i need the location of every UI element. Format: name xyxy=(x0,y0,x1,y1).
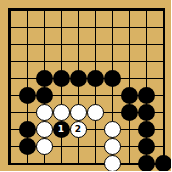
stone-white[interactable] xyxy=(104,155,121,172)
stone-white[interactable] xyxy=(36,138,53,155)
stone-black[interactable] xyxy=(138,138,155,155)
stone-black[interactable] xyxy=(19,121,36,138)
stone-white-move-2[interactable]: 2 xyxy=(70,121,87,138)
stone-black[interactable] xyxy=(53,70,70,87)
stone-black[interactable] xyxy=(87,70,104,87)
stone-black[interactable] xyxy=(36,87,53,104)
stone-white[interactable] xyxy=(36,104,53,121)
go-board-diagram: 12 xyxy=(0,0,171,171)
stone-black[interactable] xyxy=(121,104,138,121)
stone-black[interactable] xyxy=(104,70,121,87)
stone-white[interactable] xyxy=(70,104,87,121)
stone-white[interactable] xyxy=(36,121,53,138)
stone-white[interactable] xyxy=(53,104,70,121)
stone-black[interactable] xyxy=(138,104,155,121)
stone-black[interactable] xyxy=(155,155,172,172)
stone-black[interactable] xyxy=(36,70,53,87)
stone-black[interactable] xyxy=(138,87,155,104)
stone-black[interactable] xyxy=(19,87,36,104)
stone-black[interactable] xyxy=(19,138,36,155)
stone-black[interactable] xyxy=(138,121,155,138)
stone-white[interactable] xyxy=(104,121,121,138)
stone-white[interactable] xyxy=(104,138,121,155)
stone-black[interactable] xyxy=(121,87,138,104)
stone-black[interactable] xyxy=(70,70,87,87)
stone-black[interactable] xyxy=(138,155,155,172)
stone-white[interactable] xyxy=(87,104,104,121)
stone-black-move-1[interactable]: 1 xyxy=(53,121,70,138)
